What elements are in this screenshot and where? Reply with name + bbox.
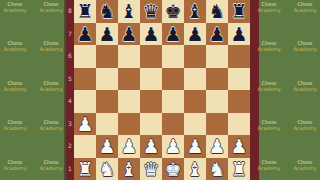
piece-black-pawn: ♟ — [230, 23, 247, 46]
square-a6[interactable] — [74, 45, 96, 68]
square-a8[interactable]: ♜ — [74, 0, 96, 23]
square-a7[interactable]: ♟ — [74, 23, 96, 46]
square-f5[interactable] — [184, 68, 206, 91]
piece-black-bishop: ♝ — [186, 0, 203, 23]
square-d1[interactable]: ♛ — [140, 158, 162, 181]
square-e8[interactable]: ♚ — [162, 0, 184, 23]
square-g3[interactable] — [206, 113, 228, 136]
square-h6[interactable] — [228, 45, 250, 68]
square-g8[interactable]: ♞ — [206, 0, 228, 23]
piece-black-pawn: ♟ — [76, 23, 93, 46]
rank-label-1: 1 — [66, 158, 74, 181]
rank-label-8: 8 — [66, 0, 74, 23]
square-f4[interactable] — [184, 90, 206, 113]
square-h3[interactable] — [228, 113, 250, 136]
piece-black-pawn: ♟ — [98, 23, 115, 46]
rank-label-2: 2 — [66, 135, 74, 158]
piece-white-queen: ♛ — [142, 158, 159, 181]
rank-label-3: 3 — [66, 113, 74, 136]
square-f2[interactable]: ♟ — [184, 135, 206, 158]
rank-label-5: 5 — [66, 68, 74, 91]
piece-white-pawn: ♟ — [230, 135, 247, 158]
square-g4[interactable] — [206, 90, 228, 113]
square-c5[interactable] — [118, 68, 140, 91]
piece-black-queen: ♛ — [142, 0, 159, 23]
square-g1[interactable]: ♞ — [206, 158, 228, 181]
square-d2[interactable]: ♟ — [140, 135, 162, 158]
piece-white-pawn: ♟ — [142, 135, 159, 158]
square-h1[interactable]: ♜ — [228, 158, 250, 181]
piece-black-pawn: ♟ — [208, 23, 225, 46]
square-e5[interactable] — [162, 68, 184, 91]
square-a3[interactable]: ♟ — [74, 113, 96, 136]
square-d6[interactable] — [140, 45, 162, 68]
chess-board: ♜♞♝♛♚♝♞♜♟♟♟♟♟♟♟♟♟♟♟♟♟♟♟♟♜♞♝♛♚♝♞♜ — [74, 0, 250, 180]
piece-white-pawn: ♟ — [186, 135, 203, 158]
square-f8[interactable]: ♝ — [184, 0, 206, 23]
square-h8[interactable]: ♜ — [228, 0, 250, 23]
square-f6[interactable] — [184, 45, 206, 68]
square-h5[interactable] — [228, 68, 250, 91]
board-border-right — [250, 0, 259, 180]
piece-black-knight: ♞ — [98, 0, 115, 23]
piece-white-bishop: ♝ — [120, 158, 137, 181]
piece-white-rook: ♜ — [230, 158, 247, 181]
square-g5[interactable] — [206, 68, 228, 91]
piece-black-rook: ♜ — [230, 0, 247, 23]
square-c7[interactable]: ♟ — [118, 23, 140, 46]
piece-white-pawn: ♟ — [164, 135, 181, 158]
square-h2[interactable]: ♟ — [228, 135, 250, 158]
square-c6[interactable] — [118, 45, 140, 68]
square-e2[interactable]: ♟ — [162, 135, 184, 158]
square-a2[interactable] — [74, 135, 96, 158]
square-e4[interactable] — [162, 90, 184, 113]
square-e7[interactable]: ♟ — [162, 23, 184, 46]
square-h7[interactable]: ♟ — [228, 23, 250, 46]
piece-white-knight: ♞ — [98, 158, 115, 181]
piece-black-pawn: ♟ — [186, 23, 203, 46]
square-b1[interactable]: ♞ — [96, 158, 118, 181]
square-e1[interactable]: ♚ — [162, 158, 184, 181]
rank-label-7: 7 — [66, 23, 74, 46]
left-felt-panel — [0, 0, 64, 180]
piece-black-king: ♚ — [164, 0, 181, 23]
square-e6[interactable] — [162, 45, 184, 68]
right-felt-panel — [259, 0, 320, 180]
square-g2[interactable]: ♟ — [206, 135, 228, 158]
square-d4[interactable] — [140, 90, 162, 113]
square-c2[interactable]: ♟ — [118, 135, 140, 158]
square-b8[interactable]: ♞ — [96, 0, 118, 23]
square-g7[interactable]: ♟ — [206, 23, 228, 46]
square-b6[interactable] — [96, 45, 118, 68]
piece-black-knight: ♞ — [208, 0, 225, 23]
piece-white-knight: ♞ — [208, 158, 225, 181]
rank-label-6: 6 — [66, 45, 74, 68]
square-g6[interactable] — [206, 45, 228, 68]
square-f7[interactable]: ♟ — [184, 23, 206, 46]
piece-white-pawn: ♟ — [76, 113, 93, 136]
piece-white-king: ♚ — [164, 158, 181, 181]
square-d7[interactable]: ♟ — [140, 23, 162, 46]
square-b3[interactable] — [96, 113, 118, 136]
square-a5[interactable] — [74, 68, 96, 91]
square-f3[interactable] — [184, 113, 206, 136]
piece-white-pawn: ♟ — [120, 135, 137, 158]
piece-black-rook: ♜ — [76, 0, 93, 23]
square-b5[interactable] — [96, 68, 118, 91]
square-h4[interactable] — [228, 90, 250, 113]
square-d8[interactable]: ♛ — [140, 0, 162, 23]
app-background: 87654321 ♜♞♝♛♚♝♞♜♟♟♟♟♟♟♟♟♟♟♟♟♟♟♟♟♜♞♝♛♚♝♞… — [0, 0, 320, 180]
square-a4[interactable] — [74, 90, 96, 113]
square-c8[interactable]: ♝ — [118, 0, 140, 23]
piece-white-bishop: ♝ — [186, 158, 203, 181]
square-c3[interactable] — [118, 113, 140, 136]
square-b4[interactable] — [96, 90, 118, 113]
piece-white-pawn: ♟ — [208, 135, 225, 158]
square-d3[interactable] — [140, 113, 162, 136]
square-e3[interactable] — [162, 113, 184, 136]
square-b2[interactable]: ♟ — [96, 135, 118, 158]
piece-white-pawn: ♟ — [98, 135, 115, 158]
square-b7[interactable]: ♟ — [96, 23, 118, 46]
piece-black-bishop: ♝ — [120, 0, 137, 23]
square-c1[interactable]: ♝ — [118, 158, 140, 181]
piece-black-pawn: ♟ — [164, 23, 181, 46]
square-f1[interactable]: ♝ — [184, 158, 206, 181]
rank-label-4: 4 — [66, 90, 74, 113]
square-a1[interactable]: ♜ — [74, 158, 96, 181]
square-c4[interactable] — [118, 90, 140, 113]
piece-black-pawn: ♟ — [142, 23, 159, 46]
piece-white-rook: ♜ — [76, 158, 93, 181]
piece-black-pawn: ♟ — [120, 23, 137, 46]
square-d5[interactable] — [140, 68, 162, 91]
